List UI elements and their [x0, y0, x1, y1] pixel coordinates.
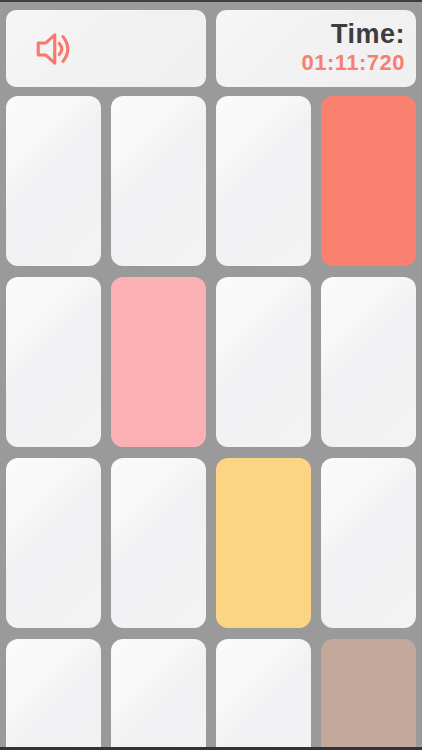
tile-r2c1-white[interactable] — [6, 277, 101, 447]
sound-toggle-button[interactable] — [6, 10, 206, 87]
tile-r2c3-white[interactable] — [216, 277, 311, 447]
tile-r4c2-white[interactable] — [111, 639, 206, 750]
tile-r4c1-white[interactable] — [6, 639, 101, 750]
tile-r2c4-white[interactable] — [321, 277, 416, 447]
tile-r1c1-white[interactable] — [6, 96, 101, 266]
tile-r3c1-white[interactable] — [6, 458, 101, 628]
tile-r1c2-white[interactable] — [111, 96, 206, 266]
tile-grid — [6, 96, 416, 750]
tile-r4c3-white[interactable] — [216, 639, 311, 750]
tile-r3c3-yellow[interactable] — [216, 458, 311, 628]
game-screen: Time: 01:11:720 — [0, 0, 422, 750]
tile-r3c2-white[interactable] — [111, 458, 206, 628]
timer-label: Time: — [331, 20, 405, 50]
speaker-sound-icon — [30, 26, 74, 72]
timer-value: 01:11:720 — [301, 50, 405, 76]
tile-r1c4-salmon[interactable] — [321, 96, 416, 266]
timer-panel: Time: 01:11:720 — [216, 10, 416, 87]
tile-r1c3-white[interactable] — [216, 96, 311, 266]
tile-r3c4-white[interactable] — [321, 458, 416, 628]
tile-r4c4-tan[interactable] — [321, 639, 416, 750]
tile-r2c2-pink[interactable] — [111, 277, 206, 447]
top-edge-line — [0, 0, 422, 2]
header-bar: Time: 01:11:720 — [6, 10, 416, 87]
